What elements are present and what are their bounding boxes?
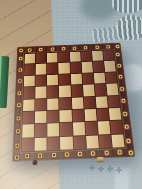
square-b3[interactable] <box>35 111 47 124</box>
square-h5[interactable] <box>106 84 118 96</box>
brass-rosette-icon <box>38 152 44 158</box>
brass-rosette-icon <box>16 103 21 108</box>
brass-rosette-icon <box>124 124 130 130</box>
square-e8[interactable] <box>70 52 81 62</box>
board-knob <box>33 160 38 165</box>
square-c1[interactable] <box>48 137 60 151</box>
square-e2[interactable] <box>73 122 85 135</box>
square-c2[interactable] <box>48 123 60 136</box>
brass-rosette-icon <box>15 142 21 148</box>
brass-rosette-icon <box>18 48 23 53</box>
square-f4[interactable] <box>83 96 95 108</box>
brass-rosette-icon <box>51 152 57 158</box>
square-f8[interactable] <box>81 51 92 61</box>
square-a3[interactable] <box>23 111 35 124</box>
square-d3[interactable] <box>60 110 72 122</box>
square-b4[interactable] <box>35 98 46 110</box>
chessboard <box>12 43 135 162</box>
square-b8[interactable] <box>36 53 47 63</box>
brass-rosette-icon <box>94 45 99 50</box>
square-g2[interactable] <box>97 121 110 134</box>
brass-rosette-icon <box>121 98 127 103</box>
square-h2[interactable] <box>110 121 123 134</box>
photo-scene <box>0 0 142 189</box>
square-b1[interactable] <box>35 137 47 151</box>
square-d2[interactable] <box>60 123 72 136</box>
square-d7[interactable] <box>59 63 70 74</box>
square-h6[interactable] <box>105 72 117 83</box>
square-g4[interactable] <box>95 96 107 108</box>
brass-rosette-icon <box>61 46 66 51</box>
brass-rosette-icon <box>119 86 125 91</box>
square-b5[interactable] <box>35 86 46 98</box>
square-a6[interactable] <box>24 75 35 86</box>
brass-rosette-icon <box>14 154 20 160</box>
brass-rosette-icon <box>16 115 21 121</box>
brass-rosette-icon <box>115 44 120 49</box>
square-g3[interactable] <box>96 108 109 120</box>
square-g6[interactable] <box>94 72 106 83</box>
brass-rosette-icon <box>106 45 111 50</box>
square-d6[interactable] <box>59 74 70 85</box>
square-b2[interactable] <box>35 124 47 137</box>
brass-rosette-icon <box>118 74 124 79</box>
square-f3[interactable] <box>84 109 96 121</box>
square-g7[interactable] <box>93 61 105 72</box>
square-f6[interactable] <box>82 73 94 84</box>
brass-rosette-icon <box>122 111 128 117</box>
rug-cross-motif <box>89 165 95 171</box>
square-h8[interactable] <box>103 50 115 60</box>
brass-rosette-icon <box>125 138 131 144</box>
square-h1[interactable] <box>111 134 124 147</box>
square-b7[interactable] <box>36 64 47 75</box>
board-frame <box>12 43 135 162</box>
rug-cross-motif <box>98 166 104 172</box>
square-h7[interactable] <box>104 61 116 72</box>
square-e4[interactable] <box>71 97 83 109</box>
brass-rosette-icon <box>17 90 22 95</box>
square-g5[interactable] <box>94 84 106 96</box>
square-d4[interactable] <box>59 97 71 109</box>
square-e1[interactable] <box>73 136 86 149</box>
brass-rosette-icon <box>72 46 77 51</box>
brass-rosette-icon <box>77 151 83 157</box>
square-c4[interactable] <box>47 98 58 110</box>
square-f7[interactable] <box>81 62 92 73</box>
brass-rosette-icon <box>27 48 32 53</box>
brass-rosette-icon <box>15 129 21 135</box>
square-f2[interactable] <box>85 122 98 135</box>
square-g1[interactable] <box>99 135 112 148</box>
brass-rosette-icon <box>115 52 120 57</box>
board-grid <box>21 49 126 152</box>
square-f1[interactable] <box>86 135 99 148</box>
rug-cross-motif <box>107 166 113 172</box>
brass-rosette-icon <box>117 63 122 68</box>
rug-motif-crown <box>112 0 142 13</box>
brass-hinge <box>97 157 104 161</box>
brass-rosette-icon <box>83 46 88 51</box>
square-a5[interactable] <box>23 87 34 99</box>
square-c5[interactable] <box>47 86 58 98</box>
brass-rosette-icon <box>18 56 23 61</box>
brass-rosette-icon <box>50 47 55 52</box>
brass-rosette-icon <box>127 149 133 155</box>
square-c3[interactable] <box>47 110 59 122</box>
brass-rosette-icon <box>39 47 44 52</box>
brass-rosette-icon <box>17 79 22 84</box>
square-d1[interactable] <box>60 136 72 150</box>
brass-rosette-icon <box>18 67 23 72</box>
square-e5[interactable] <box>71 85 83 97</box>
rug-cross-motif <box>116 167 122 173</box>
square-d5[interactable] <box>59 85 70 97</box>
square-a4[interactable] <box>23 99 35 111</box>
square-a8[interactable] <box>25 54 36 64</box>
brass-rosette-icon <box>103 150 109 156</box>
brass-rosette-icon <box>64 151 70 157</box>
brass-rosette-icon <box>116 149 122 155</box>
square-e6[interactable] <box>70 73 81 84</box>
brass-rosette-icon <box>90 150 96 156</box>
brass-rosette-icon <box>24 153 30 159</box>
square-h3[interactable] <box>109 108 122 120</box>
square-h4[interactable] <box>107 95 119 107</box>
square-d8[interactable] <box>58 52 69 62</box>
square-a1[interactable] <box>22 138 34 152</box>
square-a7[interactable] <box>24 64 35 75</box>
square-c6[interactable] <box>47 74 58 85</box>
square-b6[interactable] <box>36 75 47 86</box>
square-a2[interactable] <box>22 124 34 137</box>
square-c8[interactable] <box>47 53 58 63</box>
square-g8[interactable] <box>92 51 103 61</box>
square-c7[interactable] <box>47 63 58 74</box>
square-e3[interactable] <box>72 109 84 121</box>
square-f5[interactable] <box>83 84 95 96</box>
green-box <box>0 56 9 108</box>
square-e7[interactable] <box>70 62 81 73</box>
